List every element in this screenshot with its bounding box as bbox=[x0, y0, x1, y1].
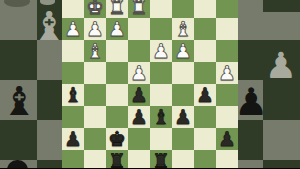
square-d3[interactable]: ♟ bbox=[150, 40, 172, 62]
square-c3[interactable]: ♟ bbox=[172, 40, 194, 62]
square-d8[interactable]: ♜ bbox=[150, 150, 172, 168]
piece-black-r-f8[interactable]: ♜ bbox=[108, 151, 126, 169]
chess-board: ♚♜♜♟♟♟♝♝♟♟♟♟♝♟♟♟♝♟♟♚♟♜♜ bbox=[62, 0, 238, 168]
square-f4[interactable] bbox=[106, 62, 128, 84]
piece-white-k-g1[interactable]: ♚ bbox=[86, 0, 104, 17]
backdrop-square bbox=[263, 12, 300, 40]
square-c7[interactable] bbox=[172, 128, 194, 150]
square-g6[interactable] bbox=[84, 106, 106, 128]
piece-white-p-e4[interactable]: ♟ bbox=[130, 63, 148, 83]
piece-black-p-b5[interactable]: ♟ bbox=[196, 85, 214, 105]
square-d5[interactable] bbox=[150, 84, 172, 106]
dimmed-white-bishop: ♝ bbox=[34, 5, 62, 47]
piece-white-p-h2[interactable]: ♟ bbox=[64, 19, 82, 39]
square-c6[interactable]: ♟ bbox=[172, 106, 194, 128]
backdrop-square bbox=[238, 120, 263, 160]
left-backdrop: ♝♝ bbox=[0, 0, 62, 168]
square-e8[interactable] bbox=[128, 150, 150, 168]
square-e4[interactable]: ♟ bbox=[128, 62, 150, 84]
square-g5[interactable] bbox=[84, 84, 106, 106]
square-b6[interactable] bbox=[194, 106, 216, 128]
square-a8[interactable] bbox=[216, 150, 238, 168]
square-g2[interactable]: ♟ bbox=[84, 18, 106, 40]
square-b8[interactable] bbox=[194, 150, 216, 168]
piece-black-b-d6[interactable]: ♝ bbox=[152, 107, 170, 127]
piece-white-b-c2[interactable]: ♝ bbox=[174, 19, 192, 39]
square-e5[interactable]: ♟ bbox=[128, 84, 150, 106]
square-g8[interactable] bbox=[84, 150, 106, 168]
square-b1[interactable] bbox=[194, 0, 216, 18]
backdrop-square bbox=[0, 120, 37, 160]
square-a4[interactable]: ♟ bbox=[216, 62, 238, 84]
square-a6[interactable] bbox=[216, 106, 238, 128]
square-e3[interactable] bbox=[128, 40, 150, 62]
square-g1[interactable]: ♚ bbox=[84, 0, 106, 18]
square-a5[interactable] bbox=[216, 84, 238, 106]
backdrop-square bbox=[263, 0, 300, 12]
square-c5[interactable] bbox=[172, 84, 194, 106]
piece-black-b-h5[interactable]: ♝ bbox=[64, 85, 82, 105]
piece-white-p-f2[interactable]: ♟ bbox=[108, 19, 126, 39]
square-e1[interactable]: ♜ bbox=[128, 0, 150, 18]
backdrop-square bbox=[238, 40, 263, 80]
square-d6[interactable]: ♝ bbox=[150, 106, 172, 128]
square-b7[interactable] bbox=[194, 128, 216, 150]
square-d2[interactable] bbox=[150, 18, 172, 40]
square-g7[interactable] bbox=[84, 128, 106, 150]
piece-white-p-d3[interactable]: ♟ bbox=[152, 41, 170, 61]
dimmed-black-bishop: ♝ bbox=[3, 80, 35, 122]
square-c8[interactable] bbox=[172, 150, 194, 168]
square-h1[interactable] bbox=[62, 0, 84, 18]
piece-white-p-c3[interactable]: ♟ bbox=[174, 41, 192, 61]
square-h6[interactable] bbox=[62, 106, 84, 128]
square-c4[interactable] bbox=[172, 62, 194, 84]
dimmed-black-pawn: ♟ bbox=[238, 82, 266, 122]
backdrop-square bbox=[263, 120, 300, 160]
square-f7[interactable]: ♚ bbox=[106, 128, 128, 150]
right-backdrop: ♟♟ bbox=[238, 0, 300, 168]
backdrop-square bbox=[263, 80, 300, 120]
piece-white-p-g2[interactable]: ♟ bbox=[86, 19, 104, 39]
square-f2[interactable]: ♟ bbox=[106, 18, 128, 40]
square-h2[interactable]: ♟ bbox=[62, 18, 84, 40]
square-b3[interactable] bbox=[194, 40, 216, 62]
square-b5[interactable]: ♟ bbox=[194, 84, 216, 106]
piece-white-b-g3[interactable]: ♝ bbox=[86, 41, 104, 61]
square-f6[interactable] bbox=[106, 106, 128, 128]
backdrop-square bbox=[238, 160, 263, 168]
square-f3[interactable] bbox=[106, 40, 128, 62]
square-d4[interactable] bbox=[150, 62, 172, 84]
square-g4[interactable] bbox=[84, 62, 106, 84]
backdrop-square bbox=[263, 160, 300, 168]
square-h7[interactable]: ♟ bbox=[62, 128, 84, 150]
square-h8[interactable] bbox=[62, 150, 84, 168]
square-g3[interactable]: ♝ bbox=[84, 40, 106, 62]
piece-black-p-e5[interactable]: ♟ bbox=[130, 85, 148, 105]
backdrop-square bbox=[238, 0, 263, 40]
square-c2[interactable]: ♝ bbox=[172, 18, 194, 40]
square-d7[interactable] bbox=[150, 128, 172, 150]
square-h3[interactable] bbox=[62, 40, 84, 62]
square-f1[interactable]: ♜ bbox=[106, 0, 128, 18]
square-b2[interactable] bbox=[194, 18, 216, 40]
piece-black-p-a7[interactable]: ♟ bbox=[218, 129, 236, 149]
backdrop-square bbox=[37, 160, 62, 168]
square-c1[interactable] bbox=[172, 0, 194, 18]
square-a3[interactable] bbox=[216, 40, 238, 62]
piece-white-r-f1[interactable]: ♜ bbox=[108, 0, 126, 17]
backdrop-square bbox=[37, 120, 62, 160]
square-a7[interactable]: ♟ bbox=[216, 128, 238, 150]
square-f8[interactable]: ♜ bbox=[106, 150, 128, 168]
square-e6[interactable]: ♟ bbox=[128, 106, 150, 128]
piece-white-p-a4[interactable]: ♟ bbox=[218, 63, 236, 83]
piece-white-r-e1[interactable]: ♜ bbox=[130, 0, 148, 17]
piece-black-p-h7[interactable]: ♟ bbox=[64, 129, 82, 149]
piece-black-k-f7[interactable]: ♚ bbox=[108, 129, 126, 149]
square-d1[interactable] bbox=[150, 0, 172, 18]
square-a2[interactable] bbox=[216, 18, 238, 40]
square-e2[interactable] bbox=[128, 18, 150, 40]
square-f5[interactable] bbox=[106, 84, 128, 106]
chess-video-frame: ♝♝ ♟♟ ♚♜♜♟♟♟♝♝♟♟♟♟♝♟♟♟♝♟♟♚♟♜♜ bbox=[0, 0, 300, 168]
backdrop-square bbox=[37, 80, 62, 120]
piece-black-r-d8[interactable]: ♜ bbox=[152, 151, 170, 169]
piece-black-p-c6[interactable]: ♟ bbox=[174, 107, 192, 127]
square-b4[interactable] bbox=[194, 62, 216, 84]
square-e7[interactable] bbox=[128, 128, 150, 150]
piece-black-p-e6[interactable]: ♟ bbox=[130, 107, 148, 127]
square-h4[interactable] bbox=[62, 62, 84, 84]
square-a1[interactable] bbox=[216, 0, 238, 18]
square-h5[interactable]: ♝ bbox=[62, 84, 84, 106]
